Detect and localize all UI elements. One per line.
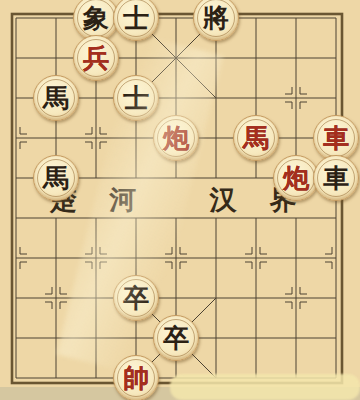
piece-black-advisor[interactable]: 士 xyxy=(113,0,159,41)
piece-red-soldier[interactable]: 兵 xyxy=(73,35,119,81)
piece-black-chariot[interactable]: 車 xyxy=(313,155,359,201)
piece-black-horse[interactable]: 馬 xyxy=(33,75,79,121)
piece-red-cannon[interactable]: 炮 xyxy=(153,115,199,161)
piece-black-horse[interactable]: 馬 xyxy=(33,155,79,201)
xiangqi-board: 楚河汉界 象士將兵馬士炮馬車馬炮車卒卒帥 xyxy=(0,0,360,387)
piece-black-soldier[interactable]: 卒 xyxy=(153,315,199,361)
piece-black-soldier[interactable]: 卒 xyxy=(113,275,159,321)
piece-black-advisor[interactable]: 士 xyxy=(113,75,159,121)
piece-red-general[interactable]: 帥 xyxy=(113,355,159,400)
piece-black-general[interactable]: 將 xyxy=(193,0,239,41)
xiangqi-screenshot: 楚河汉界 象士將兵馬士炮馬車馬炮車卒卒帥 xyxy=(0,0,360,400)
piece-red-horse[interactable]: 馬 xyxy=(233,115,279,161)
pieces-layer: 象士將兵馬士炮馬車馬炮車卒卒帥 xyxy=(0,0,356,398)
